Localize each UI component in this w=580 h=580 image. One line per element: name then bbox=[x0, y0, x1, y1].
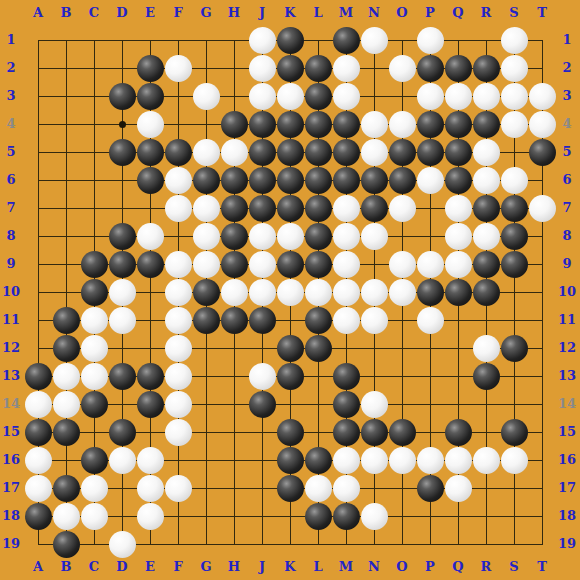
black-stone-L11[interactable] bbox=[305, 307, 332, 334]
white-stone-P6[interactable] bbox=[417, 167, 444, 194]
row-label-3: 3 bbox=[0, 82, 22, 110]
row-label-1: 1 bbox=[0, 26, 22, 54]
black-stone-Q10[interactable] bbox=[445, 279, 472, 306]
black-stone-N7[interactable] bbox=[361, 195, 388, 222]
row-label-4: 4 bbox=[0, 110, 22, 138]
white-stone-M16[interactable] bbox=[333, 447, 360, 474]
black-stone-J11[interactable] bbox=[249, 307, 276, 334]
white-stone-N16[interactable] bbox=[361, 447, 388, 474]
black-stone-E13[interactable] bbox=[137, 363, 164, 390]
col-label-L: L bbox=[304, 557, 332, 577]
row-label-8: 8 bbox=[556, 222, 578, 250]
white-stone-A14[interactable] bbox=[25, 391, 52, 418]
row-label-16: 16 bbox=[556, 446, 578, 474]
white-stone-C11[interactable] bbox=[81, 307, 108, 334]
row-label-11: 11 bbox=[556, 306, 578, 334]
black-stone-A15[interactable] bbox=[25, 419, 52, 446]
col-label-R: R bbox=[472, 3, 500, 23]
white-stone-R6[interactable] bbox=[473, 167, 500, 194]
black-stone-K7[interactable] bbox=[277, 195, 304, 222]
white-stone-A16[interactable] bbox=[25, 447, 52, 474]
col-label-D: D bbox=[108, 3, 136, 23]
white-stone-D16[interactable] bbox=[109, 447, 136, 474]
black-stone-J5[interactable] bbox=[249, 139, 276, 166]
column-labels-bottom: ABCDEFGHJKLMNOPQRST bbox=[24, 557, 556, 577]
white-stone-R8[interactable] bbox=[473, 223, 500, 250]
white-stone-E18[interactable] bbox=[137, 503, 164, 530]
black-stone-H4[interactable] bbox=[221, 111, 248, 138]
white-stone-F13[interactable] bbox=[165, 363, 192, 390]
white-stone-M2[interactable] bbox=[333, 55, 360, 82]
white-stone-R5[interactable] bbox=[473, 139, 500, 166]
white-stone-J9[interactable] bbox=[249, 251, 276, 278]
white-stone-R16[interactable] bbox=[473, 447, 500, 474]
black-stone-P5[interactable] bbox=[417, 139, 444, 166]
black-stone-L6[interactable] bbox=[305, 167, 332, 194]
black-stone-H9[interactable] bbox=[221, 251, 248, 278]
white-stone-E4[interactable] bbox=[137, 111, 164, 138]
black-stone-Q2[interactable] bbox=[445, 55, 472, 82]
col-label-S: S bbox=[500, 3, 528, 23]
black-stone-L12[interactable] bbox=[305, 335, 332, 362]
row-label-12: 12 bbox=[556, 334, 578, 362]
col-label-C: C bbox=[80, 3, 108, 23]
black-stone-L5[interactable] bbox=[305, 139, 332, 166]
black-stone-L7[interactable] bbox=[305, 195, 332, 222]
row-label-17: 17 bbox=[556, 474, 578, 502]
white-stone-P3[interactable] bbox=[417, 83, 444, 110]
row-label-5: 5 bbox=[556, 138, 578, 166]
col-label-G: G bbox=[192, 3, 220, 23]
col-label-A: A bbox=[24, 3, 52, 23]
white-stone-M10[interactable] bbox=[333, 279, 360, 306]
row-label-14: 14 bbox=[0, 390, 22, 418]
white-stone-K8[interactable] bbox=[277, 223, 304, 250]
white-stone-N5[interactable] bbox=[361, 139, 388, 166]
white-stone-J10[interactable] bbox=[249, 279, 276, 306]
black-stone-S15[interactable] bbox=[501, 419, 528, 446]
black-stone-B17[interactable] bbox=[53, 475, 80, 502]
black-stone-K15[interactable] bbox=[277, 419, 304, 446]
col-label-H: H bbox=[220, 557, 248, 577]
white-stone-O7[interactable] bbox=[389, 195, 416, 222]
row-label-18: 18 bbox=[556, 502, 578, 530]
row-label-1: 1 bbox=[556, 26, 578, 54]
col-label-B: B bbox=[52, 557, 80, 577]
white-stone-E17[interactable] bbox=[137, 475, 164, 502]
black-stone-D9[interactable] bbox=[109, 251, 136, 278]
white-stone-P11[interactable] bbox=[417, 307, 444, 334]
black-stone-E3[interactable] bbox=[137, 83, 164, 110]
col-label-P: P bbox=[416, 557, 444, 577]
white-stone-P16[interactable] bbox=[417, 447, 444, 474]
row-label-2: 2 bbox=[556, 54, 578, 82]
white-stone-N10[interactable] bbox=[361, 279, 388, 306]
black-stone-D8[interactable] bbox=[109, 223, 136, 250]
black-stone-L2[interactable] bbox=[305, 55, 332, 82]
col-label-E: E bbox=[136, 557, 164, 577]
white-stone-B14[interactable] bbox=[53, 391, 80, 418]
row-label-15: 15 bbox=[0, 418, 22, 446]
white-stone-M17[interactable] bbox=[333, 475, 360, 502]
white-stone-F17[interactable] bbox=[165, 475, 192, 502]
white-stone-S16[interactable] bbox=[501, 447, 528, 474]
white-stone-F6[interactable] bbox=[165, 167, 192, 194]
row-label-5: 5 bbox=[0, 138, 22, 166]
white-stone-T4[interactable] bbox=[529, 111, 556, 138]
white-stone-D19[interactable] bbox=[109, 531, 136, 558]
white-stone-D10[interactable] bbox=[109, 279, 136, 306]
white-stone-N4[interactable] bbox=[361, 111, 388, 138]
black-stone-N6[interactable] bbox=[361, 167, 388, 194]
black-stone-D3[interactable] bbox=[109, 83, 136, 110]
white-stone-S1[interactable] bbox=[501, 27, 528, 54]
col-label-K: K bbox=[276, 557, 304, 577]
white-stone-Q8[interactable] bbox=[445, 223, 472, 250]
col-label-Q: Q bbox=[444, 557, 472, 577]
col-label-L: L bbox=[304, 3, 332, 23]
col-label-T: T bbox=[528, 557, 556, 577]
black-stone-R9[interactable] bbox=[473, 251, 500, 278]
row-label-18: 18 bbox=[0, 502, 22, 530]
col-label-G: G bbox=[192, 557, 220, 577]
black-stone-B15[interactable] bbox=[53, 419, 80, 446]
black-stone-B12[interactable] bbox=[53, 335, 80, 362]
black-stone-R4[interactable] bbox=[473, 111, 500, 138]
black-stone-K9[interactable] bbox=[277, 251, 304, 278]
black-stone-G11[interactable] bbox=[193, 307, 220, 334]
white-stone-M11[interactable] bbox=[333, 307, 360, 334]
black-stone-M6[interactable] bbox=[333, 167, 360, 194]
row-labels-right: 12345678910111213141516171819 bbox=[556, 26, 578, 558]
col-label-K: K bbox=[276, 3, 304, 23]
white-stone-P1[interactable] bbox=[417, 27, 444, 54]
go-board-screenshot: ABCDEFGHJKLMNOPQRST ABCDEFGHJKLMNOPQRST … bbox=[0, 0, 580, 580]
col-label-D: D bbox=[108, 557, 136, 577]
white-stone-F12[interactable] bbox=[165, 335, 192, 362]
white-stone-S6[interactable] bbox=[501, 167, 528, 194]
white-stone-M3[interactable] bbox=[333, 83, 360, 110]
white-stone-L10[interactable] bbox=[305, 279, 332, 306]
black-stone-L9[interactable] bbox=[305, 251, 332, 278]
white-stone-T7[interactable] bbox=[529, 195, 556, 222]
white-stone-N14[interactable] bbox=[361, 391, 388, 418]
white-stone-F2[interactable] bbox=[165, 55, 192, 82]
black-stone-E6[interactable] bbox=[137, 167, 164, 194]
black-stone-P10[interactable] bbox=[417, 279, 444, 306]
column-labels-top: ABCDEFGHJKLMNOPQRST bbox=[24, 3, 556, 23]
black-stone-S7[interactable] bbox=[501, 195, 528, 222]
black-stone-J6[interactable] bbox=[249, 167, 276, 194]
black-stone-D15[interactable] bbox=[109, 419, 136, 446]
row-label-9: 9 bbox=[556, 250, 578, 278]
black-stone-R7[interactable] bbox=[473, 195, 500, 222]
white-stone-E8[interactable] bbox=[137, 223, 164, 250]
white-stone-K3[interactable] bbox=[277, 83, 304, 110]
row-label-6: 6 bbox=[0, 166, 22, 194]
white-stone-Q7[interactable] bbox=[445, 195, 472, 222]
white-stone-D11[interactable] bbox=[109, 307, 136, 334]
col-label-O: O bbox=[388, 3, 416, 23]
black-stone-P17[interactable] bbox=[417, 475, 444, 502]
col-label-F: F bbox=[164, 557, 192, 577]
white-stone-H10[interactable] bbox=[221, 279, 248, 306]
black-stone-L3[interactable] bbox=[305, 83, 332, 110]
black-stone-Q6[interactable] bbox=[445, 167, 472, 194]
col-label-N: N bbox=[360, 3, 388, 23]
black-stone-S12[interactable] bbox=[501, 335, 528, 362]
row-label-16: 16 bbox=[0, 446, 22, 474]
black-stone-M15[interactable] bbox=[333, 419, 360, 446]
col-label-M: M bbox=[332, 557, 360, 577]
white-stone-H5[interactable] bbox=[221, 139, 248, 166]
black-stone-L4[interactable] bbox=[305, 111, 332, 138]
black-stone-K2[interactable] bbox=[277, 55, 304, 82]
black-stone-C16[interactable] bbox=[81, 447, 108, 474]
white-stone-Q17[interactable] bbox=[445, 475, 472, 502]
black-stone-N15[interactable] bbox=[361, 419, 388, 446]
white-stone-G9[interactable] bbox=[193, 251, 220, 278]
black-stone-K5[interactable] bbox=[277, 139, 304, 166]
black-stone-E5[interactable] bbox=[137, 139, 164, 166]
white-stone-J1[interactable] bbox=[249, 27, 276, 54]
row-labels-left: 12345678910111213141516171819 bbox=[0, 26, 22, 558]
white-stone-L17[interactable] bbox=[305, 475, 332, 502]
col-label-M: M bbox=[332, 3, 360, 23]
white-stone-E16[interactable] bbox=[137, 447, 164, 474]
black-stone-H6[interactable] bbox=[221, 167, 248, 194]
row-label-9: 9 bbox=[0, 250, 22, 278]
black-stone-P4[interactable] bbox=[417, 111, 444, 138]
black-stone-J14[interactable] bbox=[249, 391, 276, 418]
black-stone-M4[interactable] bbox=[333, 111, 360, 138]
row-label-12: 12 bbox=[0, 334, 22, 362]
black-stone-K17[interactable] bbox=[277, 475, 304, 502]
white-stone-C17[interactable] bbox=[81, 475, 108, 502]
white-stone-F10[interactable] bbox=[165, 279, 192, 306]
white-stone-J13[interactable] bbox=[249, 363, 276, 390]
black-stone-B11[interactable] bbox=[53, 307, 80, 334]
white-stone-M9[interactable] bbox=[333, 251, 360, 278]
black-stone-O15[interactable] bbox=[389, 419, 416, 446]
black-stone-R2[interactable] bbox=[473, 55, 500, 82]
row-label-7: 7 bbox=[556, 194, 578, 222]
white-stone-Q3[interactable] bbox=[445, 83, 472, 110]
black-stone-Q5[interactable] bbox=[445, 139, 472, 166]
white-stone-C18[interactable] bbox=[81, 503, 108, 530]
col-label-Q: Q bbox=[444, 3, 472, 23]
white-stone-G3[interactable] bbox=[193, 83, 220, 110]
row-label-17: 17 bbox=[0, 474, 22, 502]
black-stone-M5[interactable] bbox=[333, 139, 360, 166]
black-stone-H11[interactable] bbox=[221, 307, 248, 334]
white-stone-J3[interactable] bbox=[249, 83, 276, 110]
black-stone-E14[interactable] bbox=[137, 391, 164, 418]
black-stone-S9[interactable] bbox=[501, 251, 528, 278]
black-stone-C9[interactable] bbox=[81, 251, 108, 278]
black-stone-K13[interactable] bbox=[277, 363, 304, 390]
black-stone-Q4[interactable] bbox=[445, 111, 472, 138]
row-label-13: 13 bbox=[556, 362, 578, 390]
row-label-19: 19 bbox=[556, 530, 578, 558]
black-stone-L8[interactable] bbox=[305, 223, 332, 250]
row-label-4: 4 bbox=[556, 110, 578, 138]
col-label-N: N bbox=[360, 557, 388, 577]
black-stone-K6[interactable] bbox=[277, 167, 304, 194]
white-stone-F9[interactable] bbox=[165, 251, 192, 278]
black-stone-K16[interactable] bbox=[277, 447, 304, 474]
black-stone-D13[interactable] bbox=[109, 363, 136, 390]
col-label-A: A bbox=[24, 557, 52, 577]
row-label-15: 15 bbox=[556, 418, 578, 446]
black-stone-L16[interactable] bbox=[305, 447, 332, 474]
row-label-11: 11 bbox=[0, 306, 22, 334]
col-label-P: P bbox=[416, 3, 444, 23]
col-label-F: F bbox=[164, 3, 192, 23]
black-stone-B19[interactable] bbox=[53, 531, 80, 558]
black-stone-J7[interactable] bbox=[249, 195, 276, 222]
white-stone-K10[interactable] bbox=[277, 279, 304, 306]
col-label-H: H bbox=[220, 3, 248, 23]
black-stone-R10[interactable] bbox=[473, 279, 500, 306]
white-stone-F7[interactable] bbox=[165, 195, 192, 222]
black-stone-M14[interactable] bbox=[333, 391, 360, 418]
black-stone-Q15[interactable] bbox=[445, 419, 472, 446]
row-label-6: 6 bbox=[556, 166, 578, 194]
black-stone-O5[interactable] bbox=[389, 139, 416, 166]
black-stone-P2[interactable] bbox=[417, 55, 444, 82]
white-stone-C13[interactable] bbox=[81, 363, 108, 390]
black-stone-K4[interactable] bbox=[277, 111, 304, 138]
black-stone-K1[interactable] bbox=[277, 27, 304, 54]
white-stone-J8[interactable] bbox=[249, 223, 276, 250]
black-stone-M18[interactable] bbox=[333, 503, 360, 530]
black-stone-T5[interactable] bbox=[529, 139, 556, 166]
black-stone-S8[interactable] bbox=[501, 223, 528, 250]
white-stone-M8[interactable] bbox=[333, 223, 360, 250]
row-label-10: 10 bbox=[0, 278, 22, 306]
white-stone-B13[interactable] bbox=[53, 363, 80, 390]
white-stone-P9[interactable] bbox=[417, 251, 444, 278]
row-label-14: 14 bbox=[556, 390, 578, 418]
white-stone-Q16[interactable] bbox=[445, 447, 472, 474]
col-label-R: R bbox=[472, 557, 500, 577]
white-stone-F11[interactable] bbox=[165, 307, 192, 334]
row-label-3: 3 bbox=[556, 82, 578, 110]
white-stone-G7[interactable] bbox=[193, 195, 220, 222]
black-stone-O6[interactable] bbox=[389, 167, 416, 194]
white-stone-O10[interactable] bbox=[389, 279, 416, 306]
black-stone-G6[interactable] bbox=[193, 167, 220, 194]
row-label-7: 7 bbox=[0, 194, 22, 222]
col-label-O: O bbox=[388, 557, 416, 577]
black-stone-F5[interactable] bbox=[165, 139, 192, 166]
black-stone-H7[interactable] bbox=[221, 195, 248, 222]
black-stone-L18[interactable] bbox=[305, 503, 332, 530]
col-label-S: S bbox=[500, 557, 528, 577]
black-stone-E2[interactable] bbox=[137, 55, 164, 82]
white-stone-Q9[interactable] bbox=[445, 251, 472, 278]
black-stone-D5[interactable] bbox=[109, 139, 136, 166]
white-stone-O16[interactable] bbox=[389, 447, 416, 474]
white-stone-B18[interactable] bbox=[53, 503, 80, 530]
white-stone-G8[interactable] bbox=[193, 223, 220, 250]
white-stone-N18[interactable] bbox=[361, 503, 388, 530]
black-stone-A18[interactable] bbox=[25, 503, 52, 530]
black-stone-C10[interactable] bbox=[81, 279, 108, 306]
white-stone-R3[interactable] bbox=[473, 83, 500, 110]
white-stone-O2[interactable] bbox=[389, 55, 416, 82]
row-label-10: 10 bbox=[556, 278, 578, 306]
col-label-C: C bbox=[80, 557, 108, 577]
white-stone-G5[interactable] bbox=[193, 139, 220, 166]
white-stone-J2[interactable] bbox=[249, 55, 276, 82]
col-label-J: J bbox=[248, 557, 276, 577]
white-stone-R12[interactable] bbox=[473, 335, 500, 362]
black-stone-G10[interactable] bbox=[193, 279, 220, 306]
white-stone-C12[interactable] bbox=[81, 335, 108, 362]
col-label-T: T bbox=[528, 3, 556, 23]
white-stone-N8[interactable] bbox=[361, 223, 388, 250]
row-label-8: 8 bbox=[0, 222, 22, 250]
go-board[interactable] bbox=[24, 26, 556, 558]
white-stone-A17[interactable] bbox=[25, 475, 52, 502]
black-stone-M1[interactable] bbox=[333, 27, 360, 54]
white-stone-N11[interactable] bbox=[361, 307, 388, 334]
white-stone-O9[interactable] bbox=[389, 251, 416, 278]
row-label-19: 19 bbox=[0, 530, 22, 558]
white-stone-F14[interactable] bbox=[165, 391, 192, 418]
black-stone-H8[interactable] bbox=[221, 223, 248, 250]
black-stone-E9[interactable] bbox=[137, 251, 164, 278]
col-label-J: J bbox=[248, 3, 276, 23]
hoshi-point-D4 bbox=[119, 121, 126, 128]
white-stone-S2[interactable] bbox=[501, 55, 528, 82]
white-stone-M7[interactable] bbox=[333, 195, 360, 222]
black-stone-A13[interactable] bbox=[25, 363, 52, 390]
white-stone-S4[interactable] bbox=[501, 111, 528, 138]
white-stone-T3[interactable] bbox=[529, 83, 556, 110]
white-stone-N1[interactable] bbox=[361, 27, 388, 54]
black-stone-C14[interactable] bbox=[81, 391, 108, 418]
row-label-13: 13 bbox=[0, 362, 22, 390]
black-stone-M13[interactable] bbox=[333, 363, 360, 390]
col-label-B: B bbox=[52, 3, 80, 23]
white-stone-O4[interactable] bbox=[389, 111, 416, 138]
black-stone-J4[interactable] bbox=[249, 111, 276, 138]
black-stone-K12[interactable] bbox=[277, 335, 304, 362]
row-label-2: 2 bbox=[0, 54, 22, 82]
black-stone-R13[interactable] bbox=[473, 363, 500, 390]
white-stone-S3[interactable] bbox=[501, 83, 528, 110]
white-stone-F15[interactable] bbox=[165, 419, 192, 446]
col-label-E: E bbox=[136, 3, 164, 23]
